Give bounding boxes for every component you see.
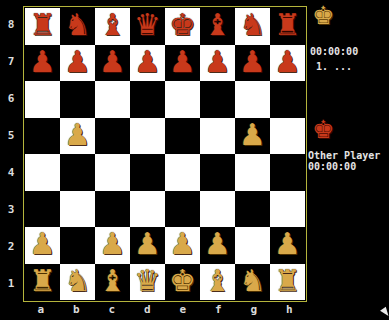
file-label-b: b (59, 302, 95, 317)
square-e1[interactable]: ♚ (165, 264, 200, 301)
square-e4[interactable] (165, 154, 200, 191)
gold-queen[interactable]: ♛ (134, 266, 161, 296)
square-c6[interactable] (95, 81, 130, 118)
square-g6[interactable] (235, 81, 270, 118)
square-f1[interactable]: ♝ (200, 264, 235, 301)
square-b8[interactable]: ♞ (60, 8, 95, 45)
square-e6[interactable] (165, 81, 200, 118)
square-e3[interactable] (165, 191, 200, 228)
rank-label-1: 1 (3, 265, 19, 302)
file-label-g: g (236, 302, 272, 317)
red-pawn[interactable]: ♟ (134, 47, 161, 77)
square-f7[interactable]: ♟ (200, 45, 235, 82)
square-b6[interactable] (60, 81, 95, 118)
square-h3[interactable] (270, 191, 305, 228)
gold-knight[interactable]: ♞ (239, 266, 266, 296)
square-d1[interactable]: ♛ (130, 264, 165, 301)
gold-knight[interactable]: ♞ (64, 266, 91, 296)
square-c8[interactable]: ♝ (95, 8, 130, 45)
red-king-icon: ♚ (312, 117, 334, 142)
square-c1[interactable]: ♝ (95, 264, 130, 301)
square-h6[interactable] (270, 81, 305, 118)
square-a4[interactable] (25, 154, 60, 191)
gold-pawn[interactable]: ♟ (64, 120, 91, 150)
red-rook[interactable]: ♜ (274, 10, 301, 40)
square-a2[interactable]: ♟ (25, 227, 60, 264)
chess-board-frame: ♜♞♝♛♚♝♞♜♟♟♟♟♟♟♟♟♟♟♟♟♟♟♟♟♜♞♝♛♚♝♞♜ (23, 6, 307, 302)
square-e8[interactable]: ♚ (165, 8, 200, 45)
gold-pawn[interactable]: ♟ (29, 229, 56, 259)
gold-rook[interactable]: ♜ (274, 266, 301, 296)
square-g8[interactable]: ♞ (235, 8, 270, 45)
square-f8[interactable]: ♝ (200, 8, 235, 45)
square-a3[interactable] (25, 191, 60, 228)
red-knight[interactable]: ♞ (64, 10, 91, 40)
square-b4[interactable] (60, 154, 95, 191)
square-c7[interactable]: ♟ (95, 45, 130, 82)
rank-label-4: 4 (3, 154, 19, 191)
square-d2[interactable]: ♟ (130, 227, 165, 264)
square-b1[interactable]: ♞ (60, 264, 95, 301)
square-d4[interactable] (130, 154, 165, 191)
square-b5[interactable]: ♟ (60, 118, 95, 155)
gold-pawn[interactable]: ♟ (169, 229, 196, 259)
square-f5[interactable] (200, 118, 235, 155)
square-g4[interactable] (235, 154, 270, 191)
gold-bishop[interactable]: ♝ (99, 266, 126, 296)
red-pawn[interactable]: ♟ (29, 47, 56, 77)
red-queen[interactable]: ♛ (134, 10, 161, 40)
square-h5[interactable] (270, 118, 305, 155)
square-a6[interactable] (25, 81, 60, 118)
gold-pawn[interactable]: ♟ (99, 229, 126, 259)
square-e7[interactable]: ♟ (165, 45, 200, 82)
red-pawn[interactable]: ♟ (239, 47, 266, 77)
file-label-a: a (23, 302, 59, 317)
file-label-d: d (130, 302, 166, 317)
move-indicator: 1. ... (316, 62, 352, 72)
square-d7[interactable]: ♟ (130, 45, 165, 82)
square-d3[interactable] (130, 191, 165, 228)
file-label-c: c (94, 302, 130, 317)
square-g7[interactable]: ♟ (235, 45, 270, 82)
red-pawn[interactable]: ♟ (274, 47, 301, 77)
square-f3[interactable] (200, 191, 235, 228)
square-a8[interactable]: ♜ (25, 8, 60, 45)
square-h7[interactable]: ♟ (270, 45, 305, 82)
gold-pawn[interactable]: ♟ (274, 229, 301, 259)
other-player-label: Other Player (308, 151, 380, 161)
square-a7[interactable]: ♟ (25, 45, 60, 82)
square-c5[interactable] (95, 118, 130, 155)
square-b3[interactable] (60, 191, 95, 228)
square-c4[interactable] (95, 154, 130, 191)
square-g2[interactable] (235, 227, 270, 264)
square-g3[interactable] (235, 191, 270, 228)
gold-king[interactable]: ♚ (169, 266, 196, 296)
rank-labels: 87654321 (3, 6, 19, 302)
square-h2[interactable]: ♟ (270, 227, 305, 264)
square-e5[interactable] (165, 118, 200, 155)
red-rook[interactable]: ♜ (29, 10, 56, 40)
square-d8[interactable]: ♛ (130, 8, 165, 45)
gold-pawn[interactable]: ♟ (204, 229, 231, 259)
rank-label-8: 8 (3, 6, 19, 43)
square-a1[interactable]: ♜ (25, 264, 60, 301)
gold-pawn[interactable]: ♟ (134, 229, 161, 259)
white-player-clock: 00:00:00 (310, 47, 358, 57)
red-knight[interactable]: ♞ (239, 10, 266, 40)
square-h8[interactable]: ♜ (270, 8, 305, 45)
file-labels: abcdefgh (23, 302, 307, 317)
square-a5[interactable] (25, 118, 60, 155)
square-g5[interactable]: ♟ (235, 118, 270, 155)
file-label-h: h (272, 302, 308, 317)
square-f2[interactable]: ♟ (200, 227, 235, 264)
gold-bishop[interactable]: ♝ (204, 266, 231, 296)
square-e2[interactable]: ♟ (165, 227, 200, 264)
square-f6[interactable] (200, 81, 235, 118)
square-h4[interactable] (270, 154, 305, 191)
square-d6[interactable] (130, 81, 165, 118)
rank-label-7: 7 (3, 43, 19, 80)
square-h1[interactable]: ♜ (270, 264, 305, 301)
square-d5[interactable] (130, 118, 165, 155)
gold-pawn[interactable]: ♟ (239, 120, 266, 150)
square-c3[interactable] (95, 191, 130, 228)
mouse-cursor (380, 307, 389, 318)
other-player-clock: 00:00:00 (308, 162, 356, 172)
rank-label-2: 2 (3, 228, 19, 265)
gold-king-icon: ♚ (312, 3, 334, 28)
square-b7[interactable]: ♟ (60, 45, 95, 82)
square-b2[interactable] (60, 227, 95, 264)
red-pawn[interactable]: ♟ (204, 47, 231, 77)
chess-board[interactable]: ♜♞♝♛♚♝♞♜♟♟♟♟♟♟♟♟♟♟♟♟♟♟♟♟♜♞♝♛♚♝♞♜ (25, 8, 305, 300)
red-pawn[interactable]: ♟ (99, 47, 126, 77)
red-pawn[interactable]: ♟ (64, 47, 91, 77)
file-label-f: f (201, 302, 237, 317)
red-bishop[interactable]: ♝ (204, 10, 231, 40)
square-f4[interactable] (200, 154, 235, 191)
rank-label-5: 5 (3, 117, 19, 154)
red-pawn[interactable]: ♟ (169, 47, 196, 77)
file-label-e: e (165, 302, 201, 317)
square-g1[interactable]: ♞ (235, 264, 270, 301)
gold-rook[interactable]: ♜ (29, 266, 56, 296)
red-bishop[interactable]: ♝ (99, 10, 126, 40)
red-king[interactable]: ♚ (169, 10, 196, 40)
square-c2[interactable]: ♟ (95, 227, 130, 264)
rank-label-3: 3 (3, 191, 19, 228)
rank-label-6: 6 (3, 80, 19, 117)
